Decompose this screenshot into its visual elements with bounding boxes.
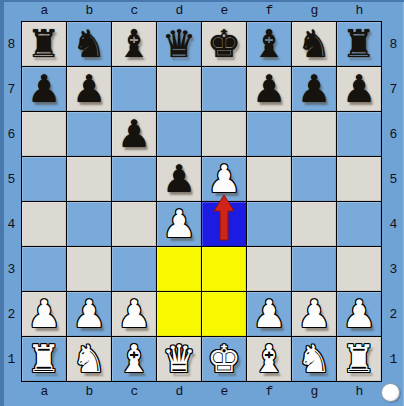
square-e4[interactable] [202,202,246,246]
rank-label-4: 4 [3,202,20,247]
square-d2[interactable] [157,292,201,336]
piece-black-pawn[interactable]: ♟ [117,112,151,156]
rank-label-1: 1 [3,337,20,382]
rank-label-4: 4 [385,202,402,247]
file-label-a: a [22,3,67,20]
rank-label-6: 6 [385,112,402,157]
piece-white-knight[interactable]: ♞ [72,337,106,381]
square-e5[interactable]: ♟ [202,157,246,201]
square-d6[interactable] [157,112,201,156]
rank-label-7: 7 [385,67,402,112]
square-e3[interactable] [202,247,246,291]
square-d1[interactable]: ♛ [157,337,201,381]
square-h6[interactable] [337,112,381,156]
square-b5[interactable] [67,157,111,201]
piece-black-rook[interactable]: ♜ [27,22,61,66]
square-h8[interactable]: ♜ [337,22,381,66]
square-c2[interactable]: ♟ [112,292,156,336]
square-a5[interactable] [22,157,66,201]
piece-black-pawn[interactable]: ♟ [252,67,286,111]
file-label-d: d [157,384,202,401]
piece-white-bishop[interactable]: ♝ [252,337,286,381]
square-e8[interactable]: ♚ [202,22,246,66]
square-f6[interactable] [247,112,291,156]
file-label-b: b [67,3,112,20]
file-label-h: h [337,384,382,401]
rank-label-6: 6 [3,112,20,157]
file-label-c: c [112,3,157,20]
chess-board-window: abcdefgh 87654321 87654321 abcdefgh ♜♞♝♛… [0,0,404,406]
piece-black-queen[interactable]: ♛ [162,22,196,66]
square-g3[interactable] [292,247,336,291]
piece-black-bishop[interactable]: ♝ [252,22,286,66]
file-label-e: e [202,3,247,20]
square-h3[interactable] [337,247,381,291]
square-b2[interactable]: ♟ [67,292,111,336]
square-a3[interactable] [22,247,66,291]
square-d3[interactable] [157,247,201,291]
piece-black-pawn[interactable]: ♟ [297,67,331,111]
rank-label-1: 1 [385,337,402,382]
square-a7[interactable]: ♟ [22,67,66,111]
file-label-f: f [247,3,292,20]
rank-label-2: 2 [385,292,402,337]
chess-board: ♜♞♝♛♚♝♞♜♟♟♟♟♟♟♟♟♟♟♟♟♟♟♟♜♞♝♛♚♝♞♜ [21,21,382,382]
piece-white-pawn[interactable]: ♟ [297,292,331,336]
square-a2[interactable]: ♟ [22,292,66,336]
square-f8[interactable]: ♝ [247,22,291,66]
rank-label-7: 7 [3,67,20,112]
file-label-e: e [202,384,247,401]
piece-black-knight[interactable]: ♞ [72,22,106,66]
square-b7[interactable]: ♟ [67,67,111,111]
piece-black-king[interactable]: ♚ [207,22,241,66]
square-e7[interactable] [202,67,246,111]
square-f2[interactable]: ♟ [247,292,291,336]
file-label-g: g [292,384,337,401]
square-a1[interactable]: ♜ [22,337,66,381]
file-label-b: b [67,384,112,401]
file-label-d: d [157,3,202,20]
square-c6[interactable]: ♟ [112,112,156,156]
piece-white-pawn[interactable]: ♟ [252,292,286,336]
piece-white-pawn[interactable]: ♟ [27,292,61,336]
square-h4[interactable] [337,202,381,246]
square-h7[interactable]: ♟ [337,67,381,111]
piece-black-pawn[interactable]: ♟ [72,67,106,111]
square-f5[interactable] [247,157,291,201]
piece-white-queen[interactable]: ♛ [162,337,196,381]
rank-label-5: 5 [3,157,20,202]
square-g4[interactable] [292,202,336,246]
piece-white-knight[interactable]: ♞ [297,337,331,381]
square-c1[interactable]: ♝ [112,337,156,381]
square-g1[interactable]: ♞ [292,337,336,381]
square-g2[interactable]: ♟ [292,292,336,336]
square-d4[interactable]: ♟ [157,202,201,246]
piece-black-pawn[interactable]: ♟ [342,67,376,111]
piece-white-pawn[interactable]: ♟ [342,292,376,336]
rank-label-3: 3 [3,247,20,292]
square-c7[interactable] [112,67,156,111]
square-b8[interactable]: ♞ [67,22,111,66]
square-c5[interactable] [112,157,156,201]
piece-white-pawn[interactable]: ♟ [72,292,106,336]
square-b3[interactable] [67,247,111,291]
piece-black-pawn[interactable]: ♟ [162,157,196,201]
rank-label-8: 8 [385,22,402,67]
square-e1[interactable]: ♚ [202,337,246,381]
piece-white-rook[interactable]: ♜ [342,337,376,381]
piece-white-pawn[interactable]: ♟ [162,202,196,246]
square-g5[interactable] [292,157,336,201]
file-labels-top: abcdefgh [22,3,382,20]
rank-label-8: 8 [3,22,20,67]
file-label-h: h [337,3,382,20]
square-f3[interactable] [247,247,291,291]
square-b1[interactable]: ♞ [67,337,111,381]
square-d8[interactable]: ♛ [157,22,201,66]
piece-black-knight[interactable]: ♞ [297,22,331,66]
square-h2[interactable]: ♟ [337,292,381,336]
piece-white-pawn[interactable]: ♟ [117,292,151,336]
square-f7[interactable]: ♟ [247,67,291,111]
square-e6[interactable] [202,112,246,156]
file-label-g: g [292,3,337,20]
piece-black-bishop[interactable]: ♝ [117,22,151,66]
side-to-move-indicator [381,383,400,402]
square-c3[interactable] [112,247,156,291]
piece-white-bishop[interactable]: ♝ [117,337,151,381]
square-g7[interactable]: ♟ [292,67,336,111]
file-labels-bottom: abcdefgh [22,384,382,401]
square-a8[interactable]: ♜ [22,22,66,66]
piece-white-pawn[interactable]: ♟ [207,157,241,201]
square-b6[interactable] [67,112,111,156]
rank-label-3: 3 [385,247,402,292]
square-f1[interactable]: ♝ [247,337,291,381]
square-g6[interactable] [292,112,336,156]
file-label-f: f [247,384,292,401]
piece-black-rook[interactable]: ♜ [342,22,376,66]
square-c4[interactable] [112,202,156,246]
square-h5[interactable] [337,157,381,201]
square-g8[interactable]: ♞ [292,22,336,66]
piece-white-king[interactable]: ♚ [207,337,241,381]
square-a4[interactable] [22,202,66,246]
square-d7[interactable] [157,67,201,111]
square-e2[interactable] [202,292,246,336]
rank-label-5: 5 [385,157,402,202]
square-d5[interactable]: ♟ [157,157,201,201]
file-label-a: a [22,384,67,401]
square-a6[interactable] [22,112,66,156]
piece-white-rook[interactable]: ♜ [27,337,61,381]
square-b4[interactable] [67,202,111,246]
rank-labels-right: 87654321 [385,22,402,382]
square-c8[interactable]: ♝ [112,22,156,66]
piece-black-pawn[interactable]: ♟ [27,67,61,111]
rank-label-2: 2 [3,292,20,337]
file-label-c: c [112,384,157,401]
square-f4[interactable] [247,202,291,246]
rank-labels-left: 87654321 [3,22,20,382]
square-h1[interactable]: ♜ [337,337,381,381]
